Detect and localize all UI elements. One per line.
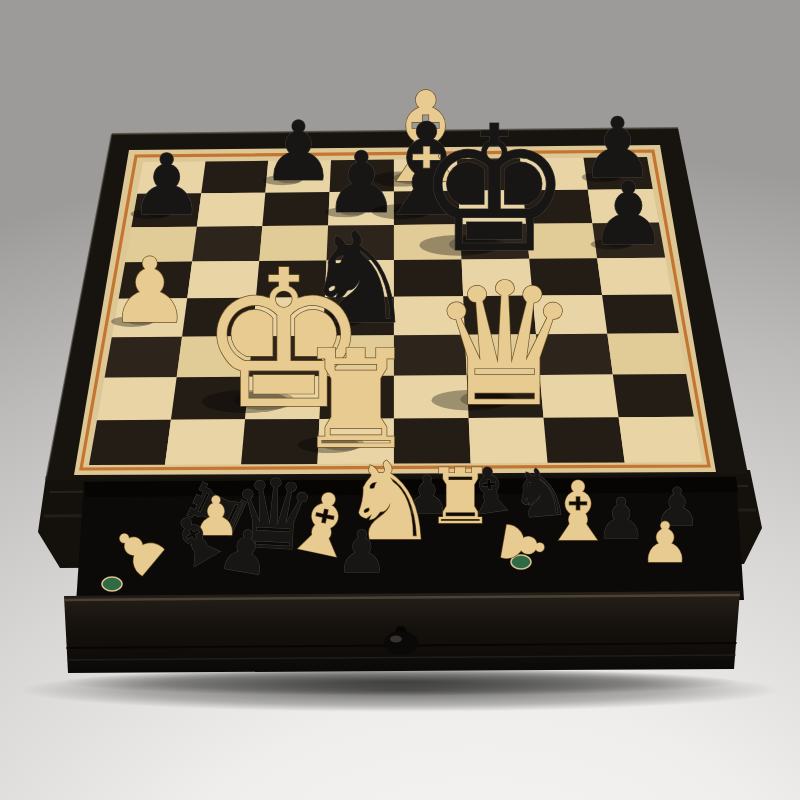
drawer-piece-black-pawn: ♟	[336, 518, 388, 586]
square-h2	[613, 374, 694, 417]
piece-white-pawn-a4: ♟	[109, 238, 190, 343]
product-photo: ♟♝♟♟♟♝♚♟♞♟♚♛♜♝♟♞♜♟♜♟♞♝♟♛♝♝♟♟♟♟♟	[0, 0, 800, 800]
drawer-piece-black-pawn: ♟	[596, 486, 646, 551]
piece-white-queen-f2: ♛	[428, 246, 580, 444]
square-h1	[619, 417, 702, 463]
drawer-piece-white-pawn: ♟	[640, 510, 690, 575]
piece-black-pawn-a7: ♟	[129, 136, 204, 234]
square-a2	[97, 377, 177, 420]
square-b7	[197, 193, 266, 227]
square-h3	[607, 333, 686, 374]
square-h4	[602, 295, 679, 334]
chess-set-scene: ♟♝♟♟♟♝♚♟♞♟♚♛♜♝♟♞♜♟♜♟♞♝♟♛♝♝♟♟♟♟♟	[0, 0, 800, 800]
piece-black-pawn-h6: ♟	[589, 163, 667, 265]
drawer-front	[64, 591, 740, 673]
square-b8	[201, 161, 268, 194]
drawer-knob	[384, 631, 418, 655]
square-a1	[89, 420, 171, 465]
